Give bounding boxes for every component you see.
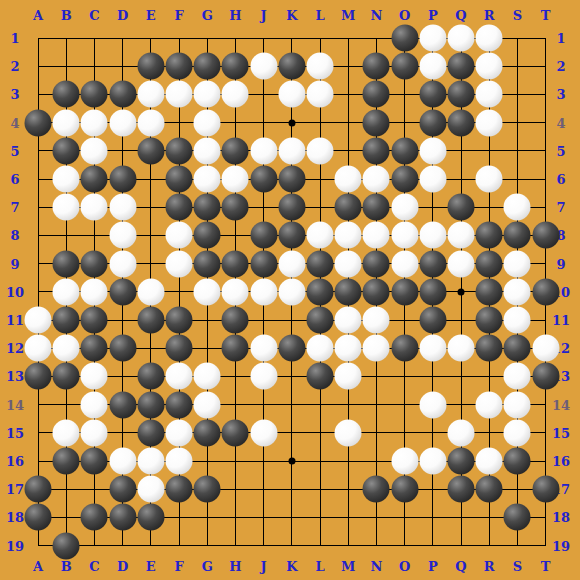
- coordinate-label: 8: [10, 229, 19, 242]
- white-stone: [419, 222, 446, 249]
- white-stone: [53, 166, 80, 193]
- white-stone: [419, 166, 446, 193]
- white-stone: [53, 335, 80, 362]
- white-stone: [166, 419, 193, 446]
- black-stone: [363, 250, 390, 277]
- white-stone: [250, 53, 277, 80]
- black-stone: [166, 391, 193, 418]
- white-stone: [109, 448, 136, 475]
- white-stone: [137, 81, 164, 108]
- white-stone: [81, 391, 108, 418]
- black-stone: [53, 363, 80, 390]
- coordinate-label: B: [61, 560, 72, 573]
- black-stone: [81, 504, 108, 531]
- white-stone: [391, 448, 418, 475]
- white-stone: [448, 419, 475, 446]
- black-stone: [532, 476, 559, 503]
- coordinate-label: C: [89, 560, 99, 573]
- black-stone: [419, 278, 446, 305]
- white-stone: [53, 194, 80, 221]
- white-stone: [137, 109, 164, 136]
- white-stone: [194, 363, 221, 390]
- black-stone: [53, 448, 80, 475]
- black-stone: [166, 137, 193, 164]
- white-stone: [25, 307, 52, 334]
- white-stone: [419, 391, 446, 418]
- coordinate-label: 19: [6, 539, 24, 552]
- black-stone: [363, 53, 390, 80]
- black-stone: [53, 137, 80, 164]
- black-stone: [419, 250, 446, 277]
- white-stone: [476, 166, 503, 193]
- black-stone: [53, 532, 80, 559]
- white-stone: [391, 250, 418, 277]
- black-stone: [391, 476, 418, 503]
- white-stone: [194, 137, 221, 164]
- black-stone: [81, 448, 108, 475]
- coordinate-label: M: [341, 560, 355, 573]
- black-stone: [391, 25, 418, 52]
- black-stone: [166, 53, 193, 80]
- black-stone: [25, 109, 52, 136]
- coordinate-label: M: [341, 9, 355, 22]
- white-stone: [476, 109, 503, 136]
- coordinate-label: 15: [6, 426, 24, 439]
- white-stone: [109, 250, 136, 277]
- black-stone: [137, 137, 164, 164]
- black-stone: [363, 278, 390, 305]
- white-stone: [222, 278, 249, 305]
- white-stone: [476, 391, 503, 418]
- black-stone: [109, 335, 136, 362]
- white-stone: [53, 278, 80, 305]
- black-stone: [335, 278, 362, 305]
- black-stone: [25, 504, 52, 531]
- coordinate-label: 16: [6, 455, 24, 468]
- coordinate-label: 9: [556, 257, 565, 270]
- white-stone: [335, 166, 362, 193]
- white-stone: [363, 222, 390, 249]
- black-stone: [222, 307, 249, 334]
- black-stone: [476, 335, 503, 362]
- white-stone: [137, 278, 164, 305]
- black-stone: [278, 222, 305, 249]
- white-stone: [278, 278, 305, 305]
- coordinate-label: 18: [6, 511, 24, 524]
- black-stone: [109, 504, 136, 531]
- coordinate-label: Q: [455, 560, 466, 573]
- white-stone: [194, 278, 221, 305]
- black-stone: [391, 166, 418, 193]
- white-stone: [476, 53, 503, 80]
- white-stone: [53, 419, 80, 446]
- white-stone: [448, 250, 475, 277]
- black-stone: [476, 278, 503, 305]
- black-stone: [307, 307, 334, 334]
- black-stone: [391, 137, 418, 164]
- coordinate-label: N: [370, 560, 382, 573]
- white-stone: [448, 335, 475, 362]
- white-stone: [250, 335, 277, 362]
- coordinate-label: P: [428, 560, 438, 573]
- black-stone: [53, 307, 80, 334]
- white-stone: [476, 81, 503, 108]
- black-stone: [278, 194, 305, 221]
- coordinate-label: P: [428, 9, 438, 22]
- coordinate-label: 3: [10, 88, 19, 101]
- white-stone: [81, 278, 108, 305]
- star-point: [288, 119, 295, 126]
- white-stone: [476, 448, 503, 475]
- coordinate-label: S: [513, 560, 522, 573]
- black-stone: [532, 222, 559, 249]
- white-stone: [109, 222, 136, 249]
- coordinate-label: F: [174, 560, 183, 573]
- coordinate-label: D: [117, 9, 128, 22]
- white-stone: [504, 363, 531, 390]
- go-board-screen: ABCDEFGHJKLMNOPQRST ABCDEFGHJKLMNOPQRST …: [0, 0, 580, 580]
- black-stone: [532, 278, 559, 305]
- black-stone: [391, 53, 418, 80]
- black-stone: [109, 476, 136, 503]
- coordinate-label: 19: [552, 539, 570, 552]
- white-stone: [532, 335, 559, 362]
- coordinate-label: Q: [455, 9, 466, 22]
- coordinate-label: 12: [6, 342, 24, 355]
- white-stone: [137, 476, 164, 503]
- black-stone: [194, 250, 221, 277]
- white-stone: [222, 166, 249, 193]
- white-stone: [419, 335, 446, 362]
- white-stone: [504, 250, 531, 277]
- white-stone: [194, 391, 221, 418]
- white-stone: [307, 137, 334, 164]
- white-stone: [363, 335, 390, 362]
- coordinate-label: J: [261, 9, 267, 22]
- black-stone: [419, 81, 446, 108]
- black-stone: [476, 476, 503, 503]
- coordinate-label: 1: [10, 32, 19, 45]
- coordinate-label: A: [33, 560, 43, 573]
- black-stone: [278, 335, 305, 362]
- white-stone: [278, 81, 305, 108]
- star-point: [288, 458, 295, 465]
- black-stone: [53, 250, 80, 277]
- coordinate-label: 2: [556, 60, 565, 73]
- white-stone: [278, 137, 305, 164]
- white-stone: [250, 137, 277, 164]
- black-stone: [363, 476, 390, 503]
- coordinate-label: R: [484, 9, 495, 22]
- coordinate-label: 9: [10, 257, 19, 270]
- white-stone: [53, 109, 80, 136]
- white-stone: [335, 250, 362, 277]
- white-stone: [419, 25, 446, 52]
- coordinate-label: 5: [10, 144, 19, 157]
- black-stone: [137, 391, 164, 418]
- white-stone: [448, 25, 475, 52]
- white-stone: [307, 222, 334, 249]
- black-stone: [250, 222, 277, 249]
- coordinate-label: 10: [6, 285, 24, 298]
- black-stone: [137, 53, 164, 80]
- white-stone: [166, 250, 193, 277]
- white-stone: [335, 222, 362, 249]
- black-stone: [476, 250, 503, 277]
- white-stone: [504, 307, 531, 334]
- black-stone: [363, 194, 390, 221]
- black-stone: [194, 53, 221, 80]
- black-stone: [448, 194, 475, 221]
- white-stone: [81, 194, 108, 221]
- star-point: [458, 288, 465, 295]
- black-stone: [166, 476, 193, 503]
- coordinate-label: 4: [10, 116, 19, 129]
- grid-line-horizontal: [38, 545, 547, 546]
- coordinate-label: 3: [556, 88, 565, 101]
- black-stone: [476, 307, 503, 334]
- coordinate-label: 6: [556, 173, 565, 186]
- black-stone: [166, 194, 193, 221]
- white-stone: [166, 363, 193, 390]
- coordinate-label: D: [117, 560, 128, 573]
- black-stone: [166, 166, 193, 193]
- black-stone: [504, 222, 531, 249]
- black-stone: [307, 250, 334, 277]
- black-stone: [194, 222, 221, 249]
- coordinate-label: 14: [6, 398, 24, 411]
- black-stone: [532, 363, 559, 390]
- grid-line-horizontal: [38, 320, 547, 321]
- black-stone: [166, 307, 193, 334]
- black-stone: [109, 391, 136, 418]
- coordinate-label: G: [202, 560, 213, 573]
- white-stone: [363, 307, 390, 334]
- coordinate-label: 7: [10, 201, 19, 214]
- black-stone: [250, 166, 277, 193]
- black-stone: [278, 53, 305, 80]
- coordinate-label: 13: [6, 370, 24, 383]
- black-stone: [81, 166, 108, 193]
- coordinate-label: H: [229, 9, 241, 22]
- white-stone: [81, 363, 108, 390]
- black-stone: [476, 222, 503, 249]
- coordinate-label: G: [202, 9, 213, 22]
- coordinate-label: E: [146, 560, 156, 573]
- black-stone: [504, 335, 531, 362]
- coordinate-label: 17: [6, 483, 24, 496]
- coordinate-label: 18: [552, 511, 570, 524]
- coordinate-label: O: [399, 560, 410, 573]
- white-stone: [137, 448, 164, 475]
- white-stone: [335, 363, 362, 390]
- white-stone: [194, 109, 221, 136]
- white-stone: [391, 222, 418, 249]
- black-stone: [194, 194, 221, 221]
- black-stone: [137, 419, 164, 446]
- grid-line-horizontal: [38, 376, 547, 377]
- white-stone: [194, 81, 221, 108]
- black-stone: [222, 137, 249, 164]
- coordinate-label: O: [399, 9, 410, 22]
- black-stone: [81, 335, 108, 362]
- white-stone: [307, 81, 334, 108]
- white-stone: [81, 109, 108, 136]
- black-stone: [363, 109, 390, 136]
- white-stone: [419, 53, 446, 80]
- white-stone: [250, 278, 277, 305]
- black-stone: [166, 335, 193, 362]
- black-stone: [137, 504, 164, 531]
- white-stone: [250, 363, 277, 390]
- black-stone: [222, 53, 249, 80]
- black-stone: [81, 81, 108, 108]
- black-stone: [448, 53, 475, 80]
- coordinate-label: 6: [10, 173, 19, 186]
- coordinate-label: A: [33, 9, 43, 22]
- coordinate-label: K: [286, 560, 297, 573]
- black-stone: [109, 166, 136, 193]
- coordinate-label: 14: [552, 398, 570, 411]
- coordinate-label: C: [89, 9, 99, 22]
- white-stone: [109, 194, 136, 221]
- coordinate-label: 1: [556, 32, 565, 45]
- white-stone: [307, 335, 334, 362]
- white-stone: [363, 166, 390, 193]
- coordinate-label: E: [146, 9, 156, 22]
- coordinate-label: S: [513, 9, 522, 22]
- white-stone: [250, 419, 277, 446]
- white-stone: [166, 222, 193, 249]
- black-stone: [53, 81, 80, 108]
- black-stone: [419, 109, 446, 136]
- black-stone: [448, 109, 475, 136]
- coordinate-label: K: [286, 9, 297, 22]
- white-stone: [504, 194, 531, 221]
- black-stone: [81, 250, 108, 277]
- black-stone: [391, 278, 418, 305]
- white-stone: [222, 81, 249, 108]
- coordinate-label: B: [61, 9, 72, 22]
- black-stone: [81, 307, 108, 334]
- black-stone: [391, 335, 418, 362]
- coordinate-label: 2: [10, 60, 19, 73]
- black-stone: [335, 194, 362, 221]
- white-stone: [391, 194, 418, 221]
- coordinate-label: H: [229, 560, 241, 573]
- black-stone: [448, 81, 475, 108]
- coordinate-label: 11: [552, 314, 570, 327]
- coordinate-label: 4: [556, 116, 565, 129]
- white-stone: [419, 137, 446, 164]
- black-stone: [419, 307, 446, 334]
- coordinate-label: T: [541, 9, 551, 22]
- white-stone: [419, 448, 446, 475]
- black-stone: [137, 307, 164, 334]
- black-stone: [504, 448, 531, 475]
- white-stone: [166, 448, 193, 475]
- black-stone: [363, 81, 390, 108]
- white-stone: [25, 335, 52, 362]
- coordinate-label: 11: [6, 314, 24, 327]
- coordinate-label: L: [315, 560, 324, 573]
- black-stone: [222, 194, 249, 221]
- white-stone: [504, 278, 531, 305]
- black-stone: [363, 137, 390, 164]
- black-stone: [137, 363, 164, 390]
- black-stone: [307, 278, 334, 305]
- coordinate-label: 16: [552, 455, 570, 468]
- black-stone: [222, 335, 249, 362]
- black-stone: [25, 476, 52, 503]
- black-stone: [109, 278, 136, 305]
- white-stone: [335, 419, 362, 446]
- coordinate-label: J: [261, 560, 267, 573]
- white-stone: [278, 250, 305, 277]
- coordinate-label: L: [315, 9, 324, 22]
- white-stone: [504, 419, 531, 446]
- black-stone: [222, 419, 249, 446]
- black-stone: [504, 504, 531, 531]
- coordinate-label: N: [370, 9, 382, 22]
- white-stone: [81, 137, 108, 164]
- coordinate-label: T: [541, 560, 551, 573]
- white-stone: [476, 25, 503, 52]
- white-stone: [166, 81, 193, 108]
- coordinate-label: R: [484, 560, 495, 573]
- coordinate-label: F: [174, 9, 183, 22]
- black-stone: [448, 448, 475, 475]
- white-stone: [504, 391, 531, 418]
- black-stone: [25, 363, 52, 390]
- black-stone: [194, 476, 221, 503]
- white-stone: [448, 222, 475, 249]
- black-stone: [250, 250, 277, 277]
- black-stone: [109, 81, 136, 108]
- coordinate-label: 5: [556, 144, 565, 157]
- coordinate-label: 15: [552, 426, 570, 439]
- white-stone: [307, 53, 334, 80]
- white-stone: [81, 419, 108, 446]
- black-stone: [448, 476, 475, 503]
- white-stone: [335, 307, 362, 334]
- white-stone: [194, 166, 221, 193]
- black-stone: [194, 419, 221, 446]
- black-stone: [307, 363, 334, 390]
- black-stone: [278, 166, 305, 193]
- white-stone: [109, 109, 136, 136]
- coordinate-label: 7: [556, 201, 565, 214]
- black-stone: [222, 250, 249, 277]
- white-stone: [335, 335, 362, 362]
